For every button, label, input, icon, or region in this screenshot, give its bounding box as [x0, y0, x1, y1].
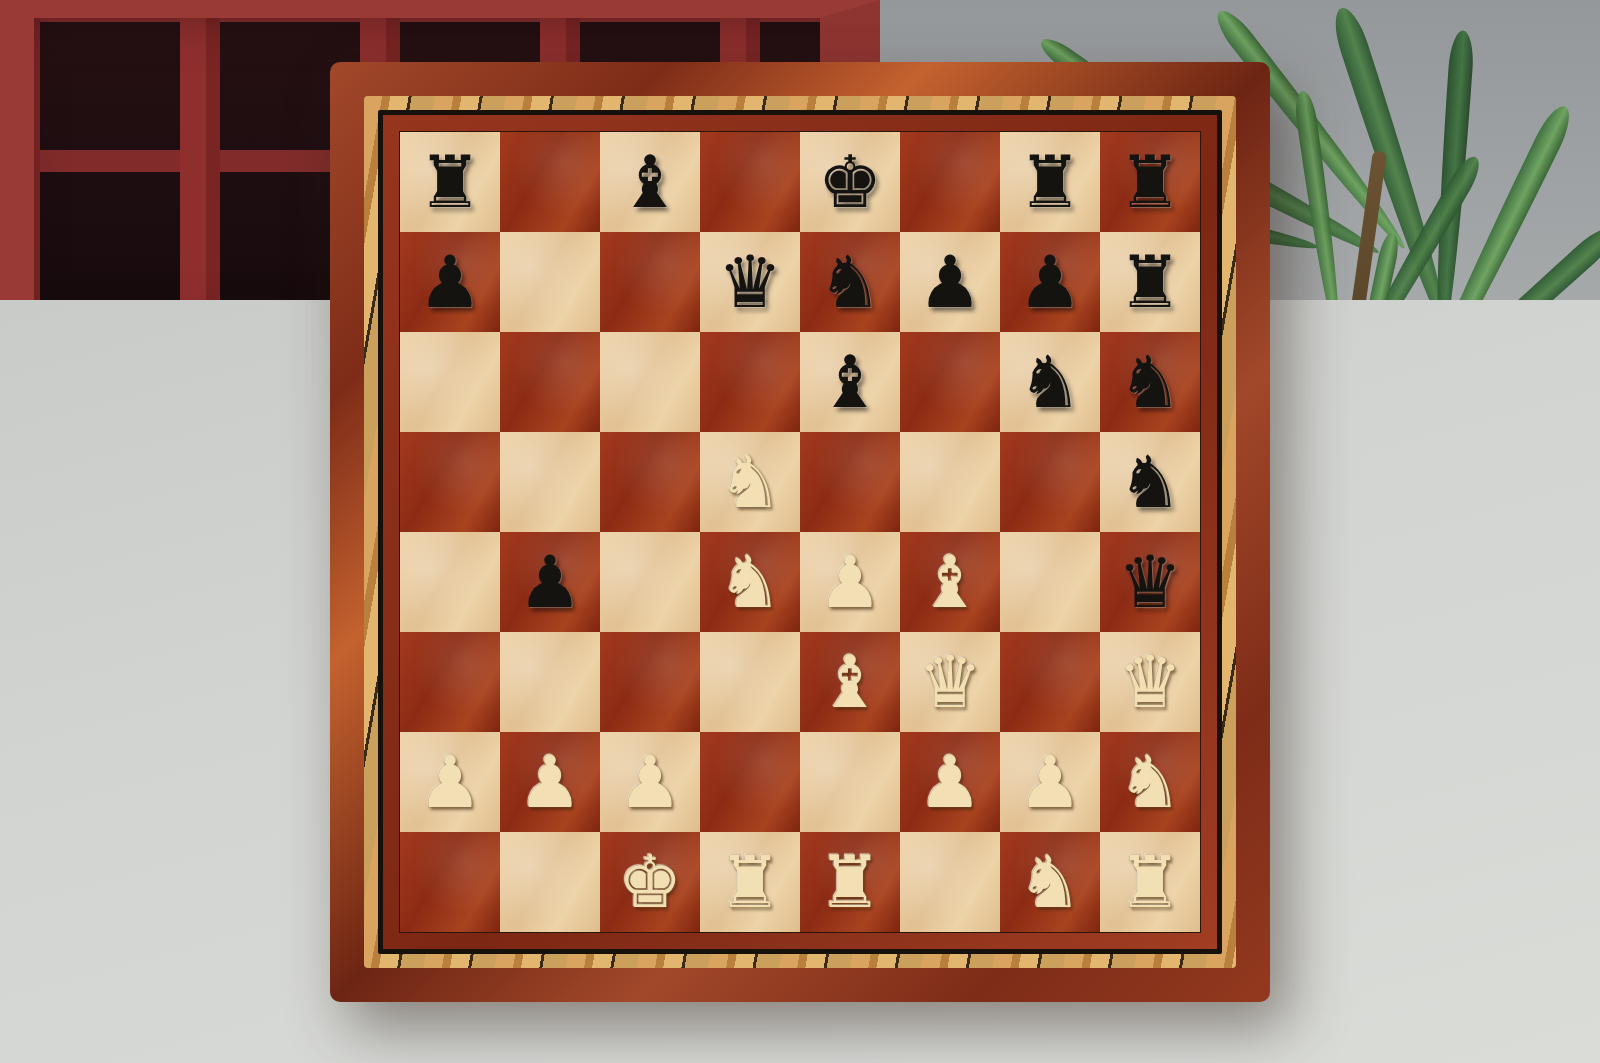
- piece-wR-e1[interactable]: ♜: [818, 846, 883, 918]
- piece-wK-c1[interactable]: ♚: [618, 846, 683, 918]
- frame-ebony-line: ♜♝♚♜♜♟♛♞♟♟♜♝♞♞♞♞♟♞♟♝♛♝♛♛♟♟♟♟♟♞♚♜♜♞♜: [378, 110, 1222, 954]
- piece-wP-f2[interactable]: ♟: [918, 746, 983, 818]
- piece-wP-a2[interactable]: ♟: [418, 746, 483, 818]
- frame-inner-lip: ♜♝♚♜♜♟♛♞♟♟♜♝♞♞♞♞♟♞♟♝♛♝♛♛♟♟♟♟♟♞♚♜♜♞♜: [383, 115, 1217, 949]
- chessboard-assembly: ♜♝♚♜♜♟♛♞♟♟♜♝♞♞♞♞♟♞♟♝♛♝♛♛♟♟♟♟♟♞♚♜♜♞♜: [330, 62, 1270, 1002]
- square-b5[interactable]: [500, 432, 600, 532]
- square-d3[interactable]: [700, 632, 800, 732]
- piece-bB-c8[interactable]: ♝: [618, 146, 683, 218]
- square-g5[interactable]: [1000, 432, 1100, 532]
- square-g2[interactable]: ♟: [1000, 732, 1100, 832]
- piece-bP-f7[interactable]: ♟: [918, 246, 983, 318]
- square-e2[interactable]: [800, 732, 900, 832]
- piece-wN-g1[interactable]: ♞: [1018, 846, 1083, 918]
- square-c8[interactable]: ♝: [600, 132, 700, 232]
- square-e1[interactable]: ♜: [800, 832, 900, 932]
- square-d1[interactable]: ♜: [700, 832, 800, 932]
- square-b3[interactable]: [500, 632, 600, 732]
- square-e6[interactable]: ♝: [800, 332, 900, 432]
- piece-bR-a8[interactable]: ♜: [418, 146, 483, 218]
- square-a6[interactable]: [400, 332, 500, 432]
- piece-bR-h8[interactable]: ♜: [1118, 146, 1183, 218]
- square-a4[interactable]: [400, 532, 500, 632]
- square-f7[interactable]: ♟: [900, 232, 1000, 332]
- square-h6[interactable]: ♞: [1100, 332, 1200, 432]
- square-c7[interactable]: [600, 232, 700, 332]
- square-c5[interactable]: [600, 432, 700, 532]
- square-b8[interactable]: [500, 132, 600, 232]
- square-f5[interactable]: [900, 432, 1000, 532]
- square-h1[interactable]: ♜: [1100, 832, 1200, 932]
- square-f6[interactable]: [900, 332, 1000, 432]
- square-a3[interactable]: [400, 632, 500, 732]
- piece-wP-c2[interactable]: ♟: [618, 746, 683, 818]
- square-a8[interactable]: ♜: [400, 132, 500, 232]
- square-f2[interactable]: ♟: [900, 732, 1000, 832]
- square-d6[interactable]: [700, 332, 800, 432]
- square-a1[interactable]: [400, 832, 500, 932]
- piece-bB-e6[interactable]: ♝: [818, 346, 883, 418]
- piece-wR-d1[interactable]: ♜: [718, 846, 783, 918]
- piece-wB-f4[interactable]: ♝: [918, 546, 983, 618]
- square-b1[interactable]: [500, 832, 600, 932]
- piece-wN-h2[interactable]: ♞: [1118, 746, 1183, 818]
- square-g8[interactable]: ♜: [1000, 132, 1100, 232]
- piece-wQ-f3[interactable]: ♛: [918, 646, 983, 718]
- piece-wN-d4[interactable]: ♞: [718, 546, 783, 618]
- square-a7[interactable]: ♟: [400, 232, 500, 332]
- square-c3[interactable]: [600, 632, 700, 732]
- square-g3[interactable]: [1000, 632, 1100, 732]
- square-e5[interactable]: [800, 432, 900, 532]
- piece-bN-h5[interactable]: ♞: [1118, 446, 1183, 518]
- chessboard: ♜♝♚♜♜♟♛♞♟♟♜♝♞♞♞♞♟♞♟♝♛♝♛♛♟♟♟♟♟♞♚♜♜♞♜: [399, 131, 1201, 933]
- square-h5[interactable]: ♞: [1100, 432, 1200, 532]
- square-c2[interactable]: ♟: [600, 732, 700, 832]
- square-a2[interactable]: ♟: [400, 732, 500, 832]
- square-h2[interactable]: ♞: [1100, 732, 1200, 832]
- square-f1[interactable]: [900, 832, 1000, 932]
- piece-bR-g8[interactable]: ♜: [1018, 146, 1083, 218]
- square-f4[interactable]: ♝: [900, 532, 1000, 632]
- square-d2[interactable]: [700, 732, 800, 832]
- square-b6[interactable]: [500, 332, 600, 432]
- square-e8[interactable]: ♚: [800, 132, 900, 232]
- square-g1[interactable]: ♞: [1000, 832, 1100, 932]
- piece-wR-h1[interactable]: ♜: [1118, 846, 1183, 918]
- piece-wQ-h3[interactable]: ♛: [1118, 646, 1183, 718]
- square-h3[interactable]: ♛: [1100, 632, 1200, 732]
- piece-wB-e3[interactable]: ♝: [818, 646, 883, 718]
- piece-bP-b4[interactable]: ♟: [518, 546, 583, 618]
- square-h7[interactable]: ♜: [1100, 232, 1200, 332]
- square-g7[interactable]: ♟: [1000, 232, 1100, 332]
- square-b4[interactable]: ♟: [500, 532, 600, 632]
- square-a5[interactable]: [400, 432, 500, 532]
- frame-outer-molding: ♜♝♚♜♜♟♛♞♟♟♜♝♞♞♞♞♟♞♟♝♛♝♛♛♟♟♟♟♟♞♚♜♜♞♜: [330, 62, 1270, 1002]
- piece-bN-g6[interactable]: ♞: [1018, 346, 1083, 418]
- square-c1[interactable]: ♚: [600, 832, 700, 932]
- piece-wP-g2[interactable]: ♟: [1018, 746, 1083, 818]
- piece-bN-h6[interactable]: ♞: [1118, 346, 1183, 418]
- square-f3[interactable]: ♛: [900, 632, 1000, 732]
- scene: ♜♝♚♜♜♟♛♞♟♟♜♝♞♞♞♞♟♞♟♝♛♝♛♛♟♟♟♟♟♞♚♜♜♞♜: [0, 0, 1600, 1063]
- square-h8[interactable]: ♜: [1100, 132, 1200, 232]
- square-c6[interactable]: [600, 332, 700, 432]
- square-g4[interactable]: [1000, 532, 1100, 632]
- square-b2[interactable]: ♟: [500, 732, 600, 832]
- piece-bP-a7[interactable]: ♟: [418, 246, 483, 318]
- piece-bR-h7[interactable]: ♜: [1118, 246, 1183, 318]
- square-g6[interactable]: ♞: [1000, 332, 1100, 432]
- square-d7[interactable]: ♛: [700, 232, 800, 332]
- square-e7[interactable]: ♞: [800, 232, 900, 332]
- piece-bP-g7[interactable]: ♟: [1018, 246, 1083, 318]
- piece-bQ-h4[interactable]: ♛: [1118, 546, 1183, 618]
- piece-wP-e4[interactable]: ♟: [818, 546, 883, 618]
- square-d5[interactable]: ♞: [700, 432, 800, 532]
- frame-spalted-stringing: ♜♝♚♜♜♟♛♞♟♟♜♝♞♞♞♞♟♞♟♝♛♝♛♛♟♟♟♟♟♞♚♜♜♞♜: [364, 96, 1236, 968]
- piece-bN-e7[interactable]: ♞: [818, 246, 883, 318]
- piece-bK-e8[interactable]: ♚: [818, 146, 883, 218]
- square-f8[interactable]: [900, 132, 1000, 232]
- square-h4[interactable]: ♛: [1100, 532, 1200, 632]
- piece-wP-b2[interactable]: ♟: [518, 746, 583, 818]
- square-d8[interactable]: [700, 132, 800, 232]
- square-c4[interactable]: [600, 532, 700, 632]
- square-d4[interactable]: ♞: [700, 532, 800, 632]
- square-b7[interactable]: [500, 232, 600, 332]
- piece-wN-d5[interactable]: ♞: [718, 446, 783, 518]
- square-e3[interactable]: ♝: [800, 632, 900, 732]
- square-e4[interactable]: ♟: [800, 532, 900, 632]
- piece-bQ-d7[interactable]: ♛: [718, 246, 783, 318]
